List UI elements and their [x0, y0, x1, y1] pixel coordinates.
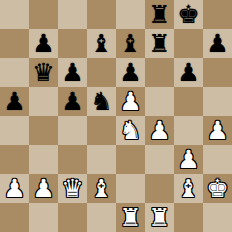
square-h5[interactable]: [203, 87, 232, 116]
square-f4[interactable]: ♟: [145, 116, 174, 145]
square-b3[interactable]: [29, 145, 58, 174]
square-h3[interactable]: [203, 145, 232, 174]
square-a1[interactable]: [0, 203, 29, 232]
square-d8[interactable]: [87, 0, 116, 29]
square-c2[interactable]: ♛: [58, 174, 87, 203]
black-knight[interactable]: ♞: [90, 87, 112, 116]
square-g6[interactable]: ♟: [174, 58, 203, 87]
black-pawn[interactable]: ♟: [32, 29, 54, 58]
black-rook[interactable]: ♜: [148, 29, 170, 58]
square-f5[interactable]: [145, 87, 174, 116]
square-f8[interactable]: ♜: [145, 0, 174, 29]
square-e6[interactable]: ♟: [116, 58, 145, 87]
white-pawn[interactable]: ♟: [206, 116, 228, 145]
square-b5[interactable]: [29, 87, 58, 116]
square-d2[interactable]: ♝: [87, 174, 116, 203]
chess-board: ♜♚♟♝♝♜♟♛♟♟♟♟♟♞♟♞♟♟♟♟♟♛♝♝♚♜♜: [0, 0, 232, 232]
square-g3[interactable]: ♟: [174, 145, 203, 174]
square-d1[interactable]: [87, 203, 116, 232]
white-bishop[interactable]: ♝: [177, 174, 199, 203]
square-g5[interactable]: [174, 87, 203, 116]
square-g8[interactable]: ♚: [174, 0, 203, 29]
square-a4[interactable]: [0, 116, 29, 145]
square-c1[interactable]: [58, 203, 87, 232]
square-f2[interactable]: [145, 174, 174, 203]
square-a7[interactable]: [0, 29, 29, 58]
square-b2[interactable]: ♟: [29, 174, 58, 203]
white-king[interactable]: ♚: [206, 174, 228, 203]
square-c5[interactable]: ♟: [58, 87, 87, 116]
black-pawn[interactable]: ♟: [177, 58, 199, 87]
black-pawn[interactable]: ♟: [61, 87, 83, 116]
square-e3[interactable]: [116, 145, 145, 174]
square-a3[interactable]: [0, 145, 29, 174]
square-e5[interactable]: ♟: [116, 87, 145, 116]
square-e8[interactable]: [116, 0, 145, 29]
square-f7[interactable]: ♜: [145, 29, 174, 58]
square-e2[interactable]: [116, 174, 145, 203]
square-c8[interactable]: [58, 0, 87, 29]
black-queen[interactable]: ♛: [32, 58, 54, 87]
square-a6[interactable]: [0, 58, 29, 87]
square-b4[interactable]: [29, 116, 58, 145]
square-c4[interactable]: [58, 116, 87, 145]
square-a8[interactable]: [0, 0, 29, 29]
square-h7[interactable]: ♟: [203, 29, 232, 58]
square-e7[interactable]: ♝: [116, 29, 145, 58]
black-pawn[interactable]: ♟: [206, 29, 228, 58]
square-f3[interactable]: [145, 145, 174, 174]
white-pawn[interactable]: ♟: [119, 87, 141, 116]
square-b8[interactable]: [29, 0, 58, 29]
black-bishop[interactable]: ♝: [90, 29, 112, 58]
square-d3[interactable]: [87, 145, 116, 174]
white-rook[interactable]: ♜: [148, 203, 170, 232]
square-f6[interactable]: [145, 58, 174, 87]
black-pawn[interactable]: ♟: [61, 58, 83, 87]
square-b1[interactable]: [29, 203, 58, 232]
square-h6[interactable]: [203, 58, 232, 87]
square-g1[interactable]: [174, 203, 203, 232]
white-knight[interactable]: ♞: [119, 116, 141, 145]
square-d4[interactable]: [87, 116, 116, 145]
white-pawn[interactable]: ♟: [3, 174, 25, 203]
black-pawn[interactable]: ♟: [3, 87, 25, 116]
square-d6[interactable]: [87, 58, 116, 87]
square-h4[interactable]: ♟: [203, 116, 232, 145]
square-g7[interactable]: [174, 29, 203, 58]
white-pawn[interactable]: ♟: [177, 145, 199, 174]
square-h2[interactable]: ♚: [203, 174, 232, 203]
white-pawn[interactable]: ♟: [148, 116, 170, 145]
white-pawn[interactable]: ♟: [32, 174, 54, 203]
square-b7[interactable]: ♟: [29, 29, 58, 58]
square-a2[interactable]: ♟: [0, 174, 29, 203]
square-h1[interactable]: [203, 203, 232, 232]
white-rook[interactable]: ♜: [119, 203, 141, 232]
square-g4[interactable]: [174, 116, 203, 145]
square-b6[interactable]: ♛: [29, 58, 58, 87]
white-bishop[interactable]: ♝: [90, 174, 112, 203]
square-d7[interactable]: ♝: [87, 29, 116, 58]
white-queen[interactable]: ♛: [61, 174, 83, 203]
black-bishop[interactable]: ♝: [119, 29, 141, 58]
square-e4[interactable]: ♞: [116, 116, 145, 145]
black-rook[interactable]: ♜: [148, 0, 170, 29]
square-d5[interactable]: ♞: [87, 87, 116, 116]
black-king[interactable]: ♚: [177, 0, 199, 29]
square-e1[interactable]: ♜: [116, 203, 145, 232]
black-pawn[interactable]: ♟: [119, 58, 141, 87]
square-c7[interactable]: [58, 29, 87, 58]
square-c6[interactable]: ♟: [58, 58, 87, 87]
square-c3[interactable]: [58, 145, 87, 174]
square-f1[interactable]: ♜: [145, 203, 174, 232]
square-h8[interactable]: [203, 0, 232, 29]
square-a5[interactable]: ♟: [0, 87, 29, 116]
square-g2[interactable]: ♝: [174, 174, 203, 203]
